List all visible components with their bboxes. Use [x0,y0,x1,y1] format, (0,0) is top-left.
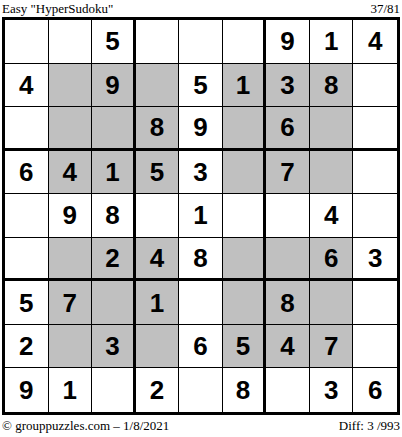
cell-r2c9[interactable] [353,64,397,108]
cell-r9c8[interactable]: 3 [310,368,354,412]
cell-r1c6[interactable] [223,20,267,64]
cell-r6c9[interactable]: 3 [353,238,397,282]
cell-r1c5[interactable] [179,20,223,64]
cell-r3c1[interactable] [5,107,49,151]
cell-r2c5[interactable]: 5 [179,64,223,108]
cell-r6c3[interactable]: 2 [92,238,136,282]
cell-r8c3[interactable]: 3 [92,325,136,369]
cell-r4c8[interactable] [310,151,354,195]
cell-r8c1[interactable]: 2 [5,325,49,369]
cell-r4c9[interactable] [353,151,397,195]
cell-r4c6[interactable] [223,151,267,195]
cell-r7c3[interactable] [92,281,136,325]
cell-r3c6[interactable] [223,107,267,151]
cell-r4c2[interactable]: 4 [49,151,93,195]
cell-r5c1[interactable] [5,194,49,238]
cell-r7c5[interactable] [179,281,223,325]
cell-r2c6[interactable]: 1 [223,64,267,108]
cell-r8c7[interactable]: 4 [266,325,310,369]
cell-r1c1[interactable] [5,20,49,64]
cell-r5c7[interactable] [266,194,310,238]
cell-r1c8[interactable]: 1 [310,20,354,64]
cell-r9c3[interactable] [92,368,136,412]
cell-r2c2[interactable] [49,64,93,108]
cell-r5c2[interactable]: 9 [49,194,93,238]
cell-r2c8[interactable]: 8 [310,64,354,108]
cell-r6c4[interactable]: 4 [136,238,180,282]
cell-r6c6[interactable] [223,238,267,282]
cell-r7c6[interactable] [223,281,267,325]
cell-r3c7[interactable]: 6 [266,107,310,151]
cell-r5c5[interactable]: 1 [179,194,223,238]
sudoku-board: 5914495138896641537981424863571823654791… [2,17,400,415]
cell-r5c8[interactable]: 4 [310,194,354,238]
footer: © grouppuzzles.com – 1/8/2021 Diff: 3 /9… [0,415,402,437]
cell-r6c2[interactable] [49,238,93,282]
cell-r3c4[interactable]: 8 [136,107,180,151]
cell-r4c5[interactable]: 3 [179,151,223,195]
cell-r6c5[interactable]: 8 [179,238,223,282]
cell-r5c3[interactable]: 8 [92,194,136,238]
cell-r1c2[interactable] [49,20,93,64]
puzzle-title: Easy "HyperSudoku" [2,1,113,17]
cell-r7c9[interactable] [353,281,397,325]
cell-r8c8[interactable]: 7 [310,325,354,369]
cell-r7c4[interactable]: 1 [136,281,180,325]
cell-r2c3[interactable]: 9 [92,64,136,108]
cell-r4c1[interactable]: 6 [5,151,49,195]
cell-r1c9[interactable]: 4 [353,20,397,64]
cell-counter: 37/81 [370,1,400,17]
cell-r1c4[interactable] [136,20,180,64]
copyright-text: © grouppuzzles.com – 1/8/2021 [2,418,169,434]
cell-r3c5[interactable]: 9 [179,107,223,151]
cell-r3c2[interactable] [49,107,93,151]
cell-r1c3[interactable]: 5 [92,20,136,64]
cell-r8c6[interactable]: 5 [223,325,267,369]
header: Easy "HyperSudoku" 37/81 [0,0,402,17]
cell-r2c7[interactable]: 3 [266,64,310,108]
page: Easy "HyperSudoku" 37/81 591449513889664… [0,0,402,437]
cell-r2c4[interactable] [136,64,180,108]
cell-r8c5[interactable]: 6 [179,325,223,369]
cell-r8c2[interactable] [49,325,93,369]
cell-r5c9[interactable] [353,194,397,238]
cell-r7c1[interactable]: 5 [5,281,49,325]
board-wrap: 5914495138896641537981424863571823654791… [0,17,402,415]
cell-r9c5[interactable] [179,368,223,412]
cell-r6c7[interactable] [266,238,310,282]
cell-r7c7[interactable]: 8 [266,281,310,325]
cell-r9c6[interactable]: 8 [223,368,267,412]
cell-r9c7[interactable] [266,368,310,412]
cell-r9c1[interactable]: 9 [5,368,49,412]
cell-r4c3[interactable]: 1 [92,151,136,195]
cell-r3c3[interactable] [92,107,136,151]
cell-r8c4[interactable] [136,325,180,369]
cell-r7c2[interactable]: 7 [49,281,93,325]
cell-r3c9[interactable] [353,107,397,151]
cell-r9c9[interactable]: 6 [353,368,397,412]
cell-r4c4[interactable]: 5 [136,151,180,195]
cell-r6c1[interactable] [5,238,49,282]
cell-r1c7[interactable]: 9 [266,20,310,64]
difficulty-text: Diff: 3 /993 [339,418,400,434]
cell-r4c7[interactable]: 7 [266,151,310,195]
cell-r2c1[interactable]: 4 [5,64,49,108]
cell-r3c8[interactable] [310,107,354,151]
cell-r5c6[interactable] [223,194,267,238]
cell-r9c4[interactable]: 2 [136,368,180,412]
cell-r9c2[interactable]: 1 [49,368,93,412]
cell-r7c8[interactable] [310,281,354,325]
cell-r6c8[interactable]: 6 [310,238,354,282]
cell-r8c9[interactable] [353,325,397,369]
cell-r5c4[interactable] [136,194,180,238]
